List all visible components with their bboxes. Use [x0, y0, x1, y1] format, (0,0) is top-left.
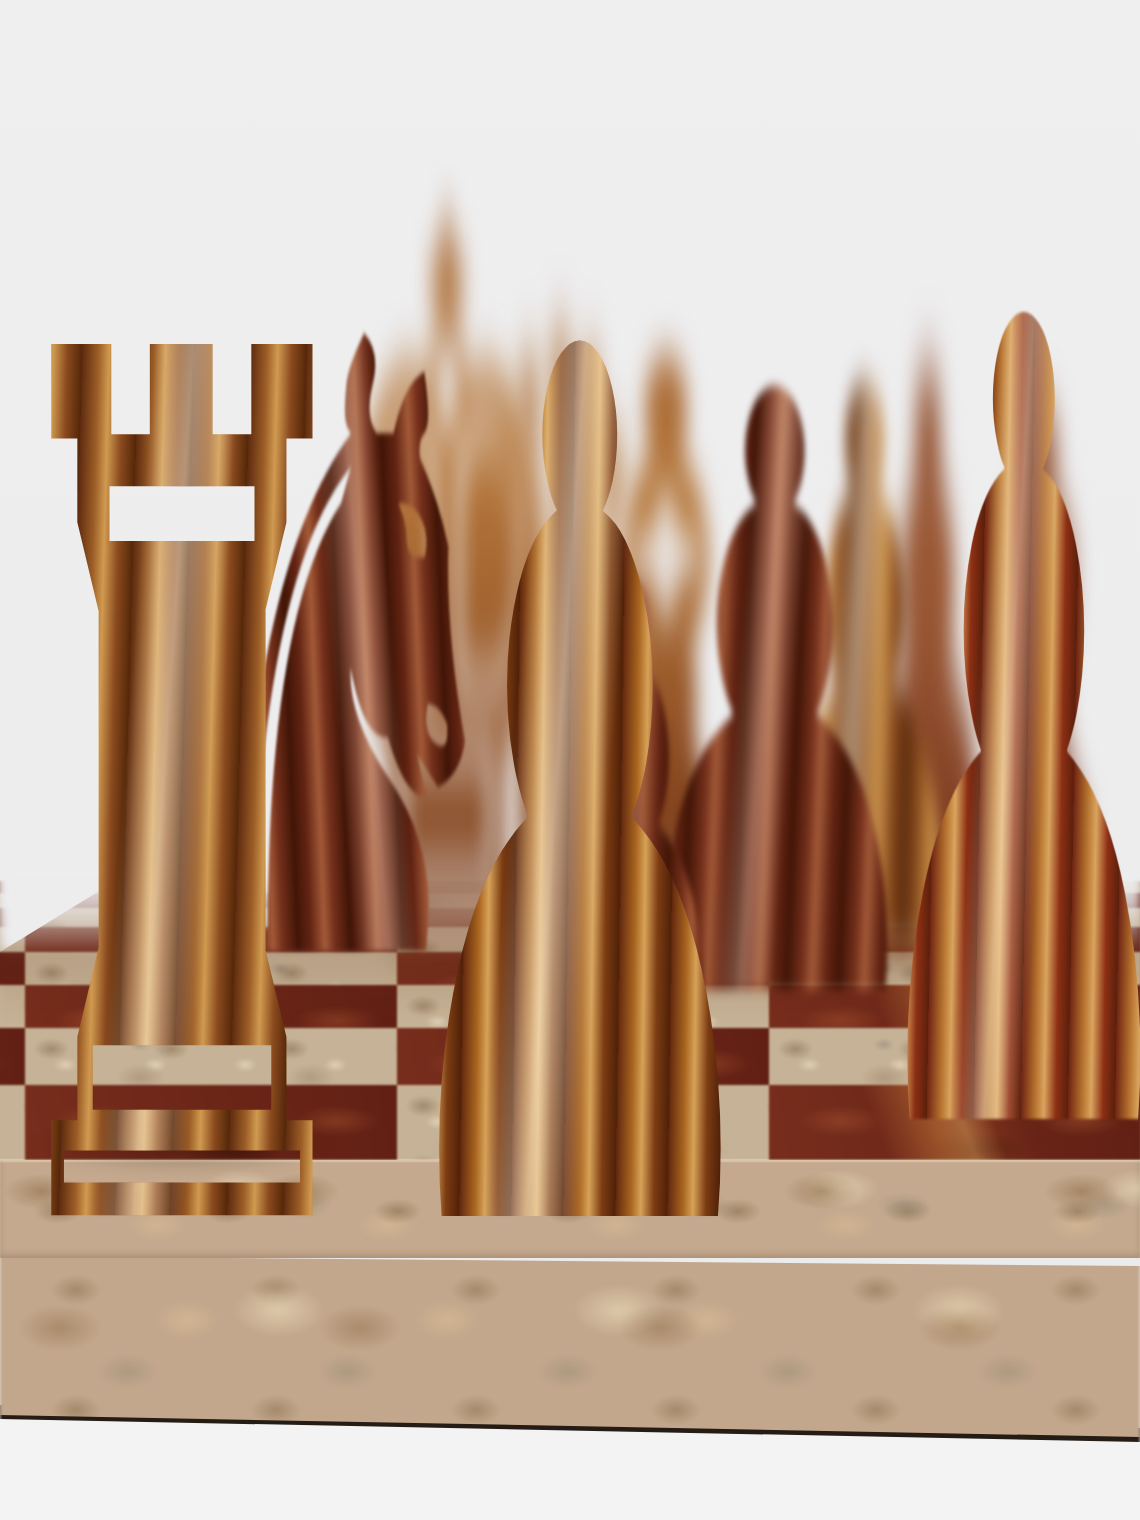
red-pawn-e1[interactable]: ♟: [850, 184, 1140, 1289]
red-pawn-c1[interactable]: ♟: [369, 203, 790, 1402]
red-rook-a1[interactable]: ♜: [0, 204, 390, 1396]
product-photo-scene: ♟♜♟♟♟♞♟♚♟♛♝♝: [0, 0, 1140, 1520]
